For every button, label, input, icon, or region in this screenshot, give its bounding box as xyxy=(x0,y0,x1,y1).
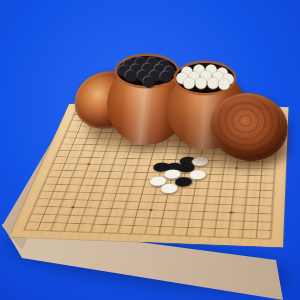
white-stone-in-bowl: ● xyxy=(186,68,202,84)
black-stone-in-bowl: ● xyxy=(116,62,132,78)
go-set-photo: ●●●●●●●●●● ●●●●●●●●●●●●●● ●●●●●●●●●●●●● xyxy=(0,0,300,300)
white-stone-in-bowl: ● xyxy=(203,61,219,77)
black-bowl-opening: ●●●●●●●●●●●●●● xyxy=(117,56,177,86)
white-stone-in-bowl: ● xyxy=(210,68,226,84)
white-stone-in-bowl: ● xyxy=(193,74,209,90)
black-stone-in-bowl: ● xyxy=(133,54,149,70)
white-stone-in-bowl: ● xyxy=(181,74,197,90)
black-stone-in-bowl: ● xyxy=(135,67,151,83)
star-point xyxy=(229,211,233,213)
white-stone-in-bowl: ● xyxy=(205,74,221,90)
black-stone-in-bowl: ● xyxy=(145,54,161,70)
black-stone-in-bowl: ● xyxy=(123,67,139,83)
black-stone-in-bowl: ● xyxy=(152,61,168,77)
black-stone-in-bowl: ● xyxy=(128,61,144,77)
star-point xyxy=(71,206,75,208)
black-stone-in-bowl: ● xyxy=(140,60,156,76)
star-point xyxy=(87,163,91,165)
black-stone-in-bowl: ● xyxy=(147,67,163,83)
white-bowl-opening: ●●●●●●●●●●●●● xyxy=(176,63,234,93)
white-stone-in-bowl: ● xyxy=(198,67,214,83)
star-point xyxy=(149,209,153,211)
star-point xyxy=(160,165,164,167)
white-stone-in-bowl: ● xyxy=(191,61,207,77)
